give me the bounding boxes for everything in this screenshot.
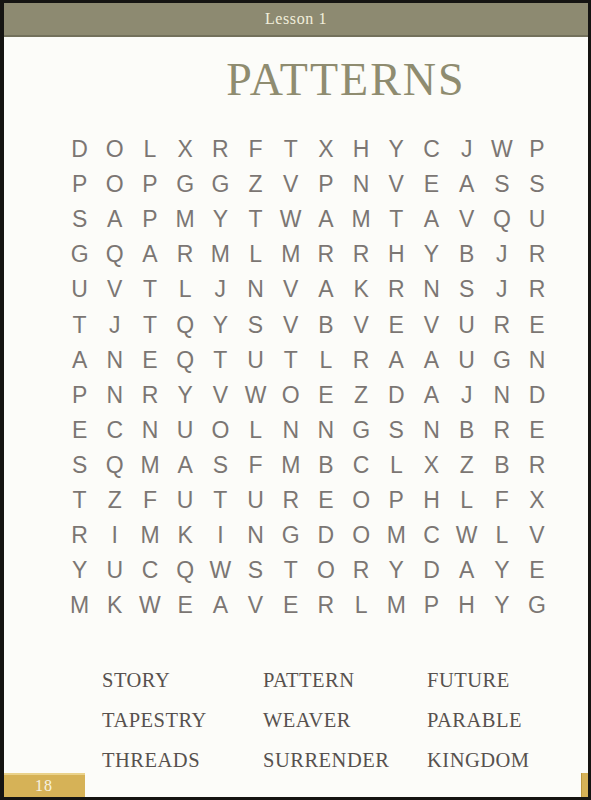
grid-cell-letter: A — [168, 448, 203, 483]
scan-edge-top — [0, 0, 591, 3]
grid-cell-letter: A — [414, 202, 449, 237]
grid-cell-letter: H — [414, 483, 449, 518]
word-list-item: KINGDOM — [427, 750, 577, 771]
word-search-grid: DOLXRFTXHYCJWPPOPGGZVPNVEASSSAPMYTWAMTAV… — [62, 132, 555, 623]
grid-cell-letter: E — [308, 378, 343, 413]
grid-cell-letter: M — [132, 448, 167, 483]
grid-cell-letter: Y — [484, 553, 519, 588]
grid-cell-letter: A — [132, 237, 167, 272]
grid-cell-letter: H — [344, 132, 379, 167]
grid-cell-letter: M — [344, 202, 379, 237]
grid-cell-letter: F — [484, 483, 519, 518]
grid-cell-letter: L — [238, 413, 273, 448]
grid-cell-letter: X — [414, 448, 449, 483]
grid-cell-letter: M — [168, 202, 203, 237]
grid-cell-letter: T — [132, 272, 167, 307]
grid-cell-letter: L — [449, 483, 484, 518]
grid-cell-letter: M — [379, 518, 414, 553]
grid-cell-letter: H — [449, 588, 484, 623]
grid-cell-letter: N — [97, 378, 132, 413]
grid-cell-letter: P — [308, 167, 343, 202]
grid-cell-letter: L — [132, 132, 167, 167]
grid-cell-letter: O — [273, 378, 308, 413]
word-list-item: STORY — [102, 670, 263, 691]
grid-cell-letter: U — [519, 202, 554, 237]
grid-cell-letter: E — [519, 307, 554, 342]
grid-cell-letter: K — [97, 588, 132, 623]
grid-cell-letter: Y — [203, 202, 238, 237]
grid-cell-letter: C — [414, 518, 449, 553]
page-number-tab: 18 — [3, 773, 85, 797]
grid-cell-letter: J — [484, 272, 519, 307]
grid-cell-letter: X — [308, 132, 343, 167]
grid-cell-letter: K — [344, 272, 379, 307]
grid-cell-letter: V — [238, 588, 273, 623]
grid-cell-letter: T — [203, 483, 238, 518]
grid-cell-letter: S — [379, 413, 414, 448]
puzzle-title: PATTERNS — [100, 57, 591, 103]
grid-cell-letter: G — [484, 343, 519, 378]
grid-cell-letter: R — [484, 413, 519, 448]
grid-cell-letter: E — [273, 588, 308, 623]
grid-cell-letter: D — [414, 553, 449, 588]
grid-cell-letter: F — [238, 448, 273, 483]
grid-cell-letter: Q — [168, 343, 203, 378]
word-list-item: SURRENDER — [263, 750, 427, 771]
grid-cell-letter: V — [97, 272, 132, 307]
grid-cell-letter: O — [97, 167, 132, 202]
grid-cell-letter: O — [344, 483, 379, 518]
grid-cell-letter: Y — [484, 588, 519, 623]
grid-cell-letter: S — [62, 202, 97, 237]
grid-cell-letter: N — [238, 518, 273, 553]
grid-cell-letter: U — [168, 413, 203, 448]
grid-cell-letter: H — [379, 237, 414, 272]
grid-cell-letter: I — [97, 518, 132, 553]
grid-cell-letter: E — [519, 553, 554, 588]
grid-cell-letter: N — [273, 413, 308, 448]
word-list-item: TAPESTRY — [102, 710, 263, 731]
grid-cell-letter: Q — [168, 307, 203, 342]
grid-cell-letter: Z — [449, 448, 484, 483]
grid-cell-letter: P — [132, 202, 167, 237]
grid-cell-letter: F — [238, 132, 273, 167]
grid-cell-letter: V — [449, 202, 484, 237]
grid-cell-letter: A — [449, 167, 484, 202]
grid-cell-letter: E — [308, 483, 343, 518]
grid-cell-letter: C — [97, 413, 132, 448]
page-number: 18 — [35, 777, 53, 795]
grid-cell-letter: E — [379, 307, 414, 342]
grid-cell-letter: L — [308, 343, 343, 378]
grid-cell-letter: E — [414, 167, 449, 202]
grid-cell-letter: P — [132, 167, 167, 202]
grid-cell-letter: R — [273, 483, 308, 518]
grid-cell-letter: M — [273, 448, 308, 483]
grid-cell-letter: P — [414, 588, 449, 623]
grid-cell-letter: X — [168, 132, 203, 167]
grid-cell-letter: N — [97, 343, 132, 378]
grid-cell-letter: G — [519, 588, 554, 623]
grid-cell-letter: A — [203, 588, 238, 623]
grid-cell-letter: N — [519, 343, 554, 378]
grid-cell-letter: V — [273, 272, 308, 307]
grid-cell-letter: U — [97, 553, 132, 588]
word-list-item: PARABLE — [427, 710, 577, 731]
grid-cell-letter: R — [484, 307, 519, 342]
grid-cell-letter: N — [132, 413, 167, 448]
grid-cell-letter: U — [449, 307, 484, 342]
grid-cell-letter: M — [132, 518, 167, 553]
grid-cell-letter: R — [308, 588, 343, 623]
grid-cell-letter: O — [308, 553, 343, 588]
grid-cell-letter: E — [132, 343, 167, 378]
grid-cell-letter: L — [344, 588, 379, 623]
grid-cell-letter: D — [379, 378, 414, 413]
grid-cell-letter: E — [62, 413, 97, 448]
grid-cell-letter: Y — [414, 237, 449, 272]
grid-cell-letter: W — [203, 553, 238, 588]
grid-cell-letter: S — [62, 448, 97, 483]
grid-cell-letter: W — [484, 132, 519, 167]
grid-cell-letter: A — [308, 272, 343, 307]
grid-cell-letter: J — [449, 132, 484, 167]
grid-cell-letter: T — [203, 343, 238, 378]
grid-cell-letter: G — [273, 518, 308, 553]
grid-cell-letter: B — [449, 237, 484, 272]
grid-cell-letter: V — [414, 307, 449, 342]
grid-cell-letter: C — [414, 132, 449, 167]
scan-edge-left — [0, 0, 4, 800]
grid-cell-letter: C — [344, 448, 379, 483]
grid-cell-letter: L — [379, 448, 414, 483]
grid-cell-letter: T — [273, 343, 308, 378]
grid-cell-letter: A — [414, 343, 449, 378]
grid-cell-letter: Q — [97, 237, 132, 272]
grid-cell-letter: P — [379, 483, 414, 518]
grid-cell-letter: R — [344, 553, 379, 588]
word-list-item: THREADS — [102, 750, 263, 771]
grid-cell-letter: W — [132, 588, 167, 623]
grid-cell-letter: S — [238, 307, 273, 342]
grid-cell-letter: S — [484, 167, 519, 202]
grid-cell-letter: B — [308, 448, 343, 483]
grid-cell-letter: A — [62, 343, 97, 378]
grid-cell-letter: T — [62, 483, 97, 518]
grid-cell-letter: D — [62, 132, 97, 167]
grid-cell-letter: S — [449, 272, 484, 307]
grid-cell-letter: V — [203, 378, 238, 413]
grid-cell-letter: P — [62, 167, 97, 202]
grid-cell-letter: G — [168, 167, 203, 202]
grid-cell-letter: R — [519, 448, 554, 483]
grid-cell-letter: N — [484, 378, 519, 413]
grid-cell-letter: M — [203, 237, 238, 272]
grid-cell-letter: S — [203, 448, 238, 483]
grid-cell-letter: T — [379, 202, 414, 237]
word-list: STORYPATTERNFUTURETAPESTRYWEAVERPARABLET… — [102, 670, 577, 790]
grid-cell-letter: D — [308, 518, 343, 553]
grid-cell-letter: G — [203, 167, 238, 202]
grid-cell-letter: N — [414, 272, 449, 307]
grid-cell-letter: I — [203, 518, 238, 553]
grid-cell-letter: B — [308, 307, 343, 342]
grid-cell-letter: L — [238, 237, 273, 272]
grid-cell-letter: R — [203, 132, 238, 167]
grid-cell-letter: A — [97, 202, 132, 237]
grid-cell-letter: R — [519, 272, 554, 307]
grid-cell-letter: V — [519, 518, 554, 553]
grid-cell-letter: U — [238, 483, 273, 518]
grid-cell-letter: M — [379, 588, 414, 623]
grid-cell-letter: R — [62, 518, 97, 553]
grid-cell-letter: X — [519, 483, 554, 518]
grid-cell-letter: R — [168, 237, 203, 272]
grid-cell-letter: T — [62, 307, 97, 342]
grid-cell-letter: Z — [238, 167, 273, 202]
grid-cell-letter: M — [273, 237, 308, 272]
grid-cell-letter: T — [273, 553, 308, 588]
grid-cell-letter: N — [344, 167, 379, 202]
grid-cell-letter: U — [238, 343, 273, 378]
grid-cell-letter: W — [273, 202, 308, 237]
grid-cell-letter: C — [132, 553, 167, 588]
grid-cell-letter: U — [168, 483, 203, 518]
grid-cell-letter: R — [344, 343, 379, 378]
grid-cell-letter: Z — [97, 483, 132, 518]
grid-cell-letter: V — [379, 167, 414, 202]
grid-cell-letter: F — [132, 483, 167, 518]
grid-cell-letter: G — [344, 413, 379, 448]
grid-cell-letter: U — [62, 272, 97, 307]
grid-cell-letter: L — [168, 272, 203, 307]
grid-cell-letter: W — [449, 518, 484, 553]
grid-cell-letter: P — [519, 132, 554, 167]
grid-cell-letter: V — [273, 167, 308, 202]
grid-cell-letter: S — [238, 553, 273, 588]
grid-cell-letter: J — [449, 378, 484, 413]
grid-cell-letter: E — [168, 588, 203, 623]
grid-cell-letter: Q — [168, 553, 203, 588]
lesson-header-bar: Lesson 1 — [4, 3, 588, 37]
grid-cell-letter: R — [519, 237, 554, 272]
grid-cell-letter: Q — [97, 448, 132, 483]
grid-cell-letter: R — [379, 272, 414, 307]
grid-cell-letter: V — [344, 307, 379, 342]
grid-cell-letter: Q — [484, 202, 519, 237]
grid-cell-letter: N — [238, 272, 273, 307]
grid-cell-letter: Y — [168, 378, 203, 413]
grid-cell-letter: P — [62, 378, 97, 413]
grid-cell-letter: O — [97, 132, 132, 167]
grid-cell-letter: A — [308, 202, 343, 237]
word-list-item: PATTERN — [263, 670, 427, 691]
grid-cell-letter: G — [62, 237, 97, 272]
grid-cell-letter: O — [203, 413, 238, 448]
grid-cell-letter: W — [238, 378, 273, 413]
grid-cell-letter: Y — [62, 553, 97, 588]
grid-cell-letter: T — [273, 132, 308, 167]
grid-cell-letter: R — [132, 378, 167, 413]
grid-cell-letter: A — [379, 343, 414, 378]
grid-cell-letter: T — [238, 202, 273, 237]
grid-cell-letter: B — [449, 413, 484, 448]
facing-page-tab-edge — [581, 773, 588, 797]
grid-cell-letter: Y — [379, 132, 414, 167]
grid-cell-letter: N — [414, 413, 449, 448]
grid-cell-letter: D — [519, 378, 554, 413]
grid-cell-letter: L — [484, 518, 519, 553]
grid-cell-letter: Y — [379, 553, 414, 588]
grid-cell-letter: U — [449, 343, 484, 378]
grid-cell-letter: J — [484, 237, 519, 272]
grid-cell-letter: E — [519, 413, 554, 448]
grid-cell-letter: T — [132, 307, 167, 342]
grid-cell-letter: M — [62, 588, 97, 623]
word-list-item: WEAVER — [263, 710, 427, 731]
workbook-page: Lesson 1 PATTERNS DOLXRFTXHYCJWPPOPGGZVP… — [0, 0, 591, 800]
grid-cell-letter: R — [344, 237, 379, 272]
grid-cell-letter: N — [308, 413, 343, 448]
grid-cell-letter: S — [519, 167, 554, 202]
grid-cell-letter: J — [203, 272, 238, 307]
grid-cell-letter: A — [449, 553, 484, 588]
grid-cell-letter: A — [414, 378, 449, 413]
grid-cell-letter: J — [97, 307, 132, 342]
grid-cell-letter: B — [484, 448, 519, 483]
word-list-item: FUTURE — [427, 670, 577, 691]
grid-cell-letter: Y — [203, 307, 238, 342]
lesson-label: Lesson 1 — [265, 10, 327, 28]
grid-cell-letter: Z — [344, 378, 379, 413]
grid-cell-letter: O — [344, 518, 379, 553]
grid-cell-letter: V — [273, 307, 308, 342]
grid-cell-letter: R — [308, 237, 343, 272]
grid-cell-letter: K — [168, 518, 203, 553]
